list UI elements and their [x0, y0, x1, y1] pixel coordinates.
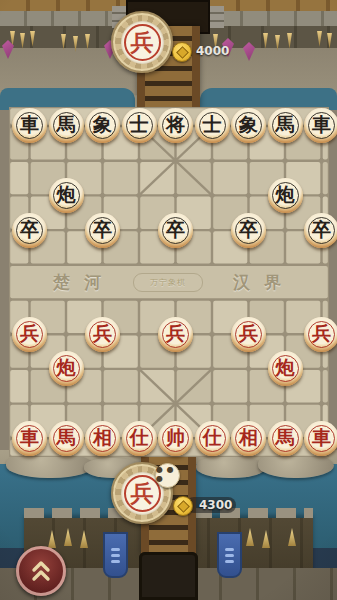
- piece-red-soldier[interactable]: 兵: [231, 317, 266, 352]
- board-point-r4c0[interactable]: [11, 247, 48, 282]
- board-point-r7c0[interactable]: [11, 351, 48, 386]
- piece-red-general[interactable]: 帅: [158, 421, 193, 456]
- board-point-r1c6[interactable]: [230, 143, 267, 178]
- piece-glyph: 士: [203, 115, 222, 134]
- piece-black-chariot[interactable]: 車: [304, 108, 337, 143]
- board-point-r2c3[interactable]: [121, 178, 158, 213]
- board-point-r8c4[interactable]: [157, 386, 194, 421]
- piece-red-elephant[interactable]: 相: [231, 421, 266, 456]
- piece-glyph: 兵: [166, 324, 185, 343]
- board-point-r3c6[interactable]: 卒: [230, 213, 267, 248]
- piece-glyph: 卒: [20, 220, 39, 239]
- board-point-r5c4[interactable]: [157, 282, 194, 317]
- board-point-r6c8[interactable]: 兵: [303, 317, 337, 352]
- piece-glyph: 相: [93, 428, 112, 447]
- piece-red-chariot[interactable]: 車: [12, 421, 47, 456]
- board-point-r8c2[interactable]: [84, 386, 121, 421]
- xiangqi-game-screen: 楚河 汉界 万宁象棋 車馬象士将士象馬車炮炮卒卒卒卒卒兵兵兵兵兵炮炮車馬相仕帅仕…: [0, 0, 337, 600]
- piece-black-cannon[interactable]: 炮: [268, 178, 303, 213]
- board-point-r8c3[interactable]: [121, 386, 158, 421]
- xiangqi-board: 楚河 汉界 万宁象棋 車馬象士将士象馬車炮炮卒卒卒卒卒兵兵兵兵兵炮炮車馬相仕帅仕…: [9, 107, 329, 457]
- board-point-r5c5[interactable]: [194, 282, 231, 317]
- board-point-r9c2[interactable]: 相: [84, 421, 121, 456]
- piece-glyph: 馬: [57, 428, 76, 447]
- piece-glyph: 帅: [166, 428, 185, 447]
- board-point-r1c4[interactable]: [157, 143, 194, 178]
- board-point-r8c7[interactable]: [267, 386, 304, 421]
- board-point-r6c2[interactable]: 兵: [84, 317, 121, 352]
- board-point-r2c8[interactable]: [303, 178, 337, 213]
- piece-glyph: 仕: [130, 428, 149, 447]
- board-point-r6c5[interactable]: [194, 317, 231, 352]
- board-point-r5c2[interactable]: [84, 282, 121, 317]
- board-point-r8c8[interactable]: [303, 386, 337, 421]
- board-point-r4c3[interactable]: [121, 247, 158, 282]
- board-point-r3c3[interactable]: [121, 213, 158, 248]
- piece-red-soldier[interactable]: 兵: [85, 317, 120, 352]
- board-point-r6c6[interactable]: 兵: [230, 317, 267, 352]
- opponent-avatar-char: 兵: [131, 27, 154, 58]
- piece-glyph: 象: [239, 115, 258, 134]
- piece-glyph: 車: [20, 115, 39, 134]
- piece-black-soldier[interactable]: 卒: [12, 213, 47, 248]
- board-point-r5c6[interactable]: [230, 282, 267, 317]
- board-point-r6c7[interactable]: [267, 317, 304, 352]
- board-point-r3c8[interactable]: 卒: [303, 213, 337, 248]
- board-point-r7c8[interactable]: [303, 351, 337, 386]
- board-point-r5c7[interactable]: [267, 282, 304, 317]
- piece-red-cannon[interactable]: 炮: [268, 351, 303, 386]
- board-point-r3c4[interactable]: 卒: [157, 213, 194, 248]
- piece-glyph: 卒: [312, 220, 331, 239]
- board-point-r4c7[interactable]: [267, 247, 304, 282]
- board-point-r4c4[interactable]: [157, 247, 194, 282]
- piece-glyph: 車: [312, 115, 331, 134]
- piece-glyph: 馬: [276, 115, 295, 134]
- player-avatar-char: 兵: [131, 478, 154, 509]
- piece-black-advisor[interactable]: 士: [122, 108, 157, 143]
- board-point-r2c7[interactable]: 炮: [267, 178, 304, 213]
- board-point-r8c5[interactable]: [194, 386, 231, 421]
- chat-dots-icon: ● ● ●: [156, 465, 179, 483]
- piece-glyph: 馬: [276, 428, 295, 447]
- board-point-r1c2[interactable]: [84, 143, 121, 178]
- opponent-avatar-face: 兵: [121, 21, 164, 64]
- piece-glyph: 馬: [57, 115, 76, 134]
- opponent-avatar[interactable]: 兵: [111, 11, 173, 73]
- board-point-r7c4[interactable]: [157, 351, 194, 386]
- piece-glyph: 卒: [166, 220, 185, 239]
- board-point-r9c0[interactable]: 車: [11, 421, 48, 456]
- board-point-r5c3[interactable]: [121, 282, 158, 317]
- piece-red-soldier[interactable]: 兵: [12, 317, 47, 352]
- board-point-r6c4[interactable]: 兵: [157, 317, 194, 352]
- board-point-r9c3[interactable]: 仕: [121, 421, 158, 456]
- piece-glyph: 相: [239, 428, 258, 447]
- blue-banner: [103, 532, 128, 578]
- board-point-r9c1[interactable]: 馬: [48, 421, 85, 456]
- board-point-r0c8[interactable]: 車: [303, 109, 337, 144]
- board-point-r2c1[interactable]: 炮: [48, 178, 85, 213]
- board-point-r1c5[interactable]: [194, 143, 231, 178]
- board-point-r5c0[interactable]: [11, 282, 48, 317]
- board-point-r9c6[interactable]: 相: [230, 421, 267, 456]
- piece-black-cannon[interactable]: 炮: [49, 178, 84, 213]
- opponent-coin-count: 4000: [196, 44, 229, 58]
- board-point-r9c4[interactable]: 帅: [157, 421, 194, 456]
- board-point-r3c5[interactable]: [194, 213, 231, 248]
- chat-bubble-button[interactable]: ● ● ●: [155, 463, 180, 488]
- board-point-r2c6[interactable]: [230, 178, 267, 213]
- piece-black-chariot[interactable]: 車: [12, 108, 47, 143]
- board-point-r6c0[interactable]: 兵: [11, 317, 48, 352]
- piece-glyph: 車: [312, 428, 331, 447]
- board-point-r5c8[interactable]: [303, 282, 337, 317]
- board-point-r2c5[interactable]: [194, 178, 231, 213]
- board-point-r2c2[interactable]: [84, 178, 121, 213]
- board-point-r9c5[interactable]: 仕: [194, 421, 231, 456]
- piece-red-horse[interactable]: 馬: [49, 421, 84, 456]
- board-point-r4c2[interactable]: [84, 247, 121, 282]
- board-point-r0c4[interactable]: 将: [157, 109, 194, 144]
- board-point-r8c6[interactable]: [230, 386, 267, 421]
- board-point-r0c0[interactable]: 車: [11, 109, 48, 144]
- piece-glyph: 象: [93, 115, 112, 134]
- board-point-r1c1[interactable]: [48, 143, 85, 178]
- piece-black-elephant[interactable]: 象: [85, 108, 120, 143]
- gate-opening: [139, 552, 198, 600]
- piece-black-advisor[interactable]: 士: [195, 108, 230, 143]
- board-point-r9c7[interactable]: 馬: [267, 421, 304, 456]
- board-point-r3c2[interactable]: 卒: [84, 213, 121, 248]
- board-point-r6c1[interactable]: [48, 317, 85, 352]
- piece-glyph: 車: [20, 428, 39, 447]
- board-point-r0c7[interactable]: 馬: [267, 109, 304, 144]
- piece-black-soldier[interactable]: 卒: [304, 213, 337, 248]
- board-point-r7c5[interactable]: [194, 351, 231, 386]
- board-point-r0c5[interactable]: 士: [194, 109, 231, 144]
- piece-black-soldier[interactable]: 卒: [158, 213, 193, 248]
- board-point-r0c1[interactable]: 馬: [48, 109, 85, 144]
- board-point-r2c0[interactable]: [11, 178, 48, 213]
- board-point-r3c0[interactable]: 卒: [11, 213, 48, 248]
- board-point-r4c1[interactable]: [48, 247, 85, 282]
- board-point-r7c7[interactable]: 炮: [267, 351, 304, 386]
- piece-glyph: 兵: [239, 324, 258, 343]
- coin-icon: [173, 496, 193, 516]
- board-point-r1c8[interactable]: [303, 143, 337, 178]
- piece-black-soldier[interactable]: 卒: [231, 213, 266, 248]
- board-point-r5c1[interactable]: [48, 282, 85, 317]
- piece-black-elephant[interactable]: 象: [231, 108, 266, 143]
- board-point-r7c6[interactable]: [230, 351, 267, 386]
- board-point-r0c3[interactable]: 士: [121, 109, 158, 144]
- piece-red-chariot[interactable]: 車: [304, 421, 337, 456]
- board-point-r0c2[interactable]: 象: [84, 109, 121, 144]
- piece-glyph: 将: [166, 115, 185, 134]
- piece-red-cannon[interactable]: 炮: [49, 351, 84, 386]
- piece-glyph: 士: [130, 115, 149, 134]
- piece-glyph: 炮: [276, 358, 295, 377]
- piece-glyph: 兵: [20, 324, 39, 343]
- board-point-r3c1[interactable]: [48, 213, 85, 248]
- piece-black-horse[interactable]: 馬: [268, 108, 303, 143]
- piece-black-soldier[interactable]: 卒: [85, 213, 120, 248]
- piece-red-advisor[interactable]: 仕: [195, 421, 230, 456]
- piece-red-advisor[interactable]: 仕: [122, 421, 157, 456]
- board-point-r7c1[interactable]: 炮: [48, 351, 85, 386]
- board-point-r9c8[interactable]: 車: [303, 421, 337, 456]
- piece-glyph: 炮: [57, 358, 76, 377]
- board-point-r6c3[interactable]: [121, 317, 158, 352]
- board-point-r4c6[interactable]: [230, 247, 267, 282]
- piece-red-soldier[interactable]: 兵: [304, 317, 337, 352]
- coin-icon: [172, 42, 192, 62]
- piece-black-general[interactable]: 将: [158, 108, 193, 143]
- piece-glyph: 兵: [312, 324, 331, 343]
- board-point-r2c4[interactable]: [157, 178, 194, 213]
- piece-black-horse[interactable]: 馬: [49, 108, 84, 143]
- piece-glyph: 卒: [93, 220, 112, 239]
- board-point-r8c1[interactable]: [48, 386, 85, 421]
- board-point-r0c6[interactable]: 象: [230, 109, 267, 144]
- player-coin-count: 4300: [199, 498, 232, 512]
- board-point-r7c3[interactable]: [121, 351, 158, 386]
- piece-glyph: 仕: [203, 428, 222, 447]
- double-chevron-up-icon: [28, 558, 54, 584]
- expand-menu-button[interactable]: [16, 546, 66, 596]
- board-point-r3c7[interactable]: [267, 213, 304, 248]
- piece-red-elephant[interactable]: 相: [85, 421, 120, 456]
- piece-glyph: 卒: [239, 220, 258, 239]
- board-point-r1c7[interactable]: [267, 143, 304, 178]
- board-point-r4c5[interactable]: [194, 247, 231, 282]
- piece-glyph: 炮: [57, 185, 76, 204]
- rock: [196, 456, 266, 478]
- blue-banner: [217, 532, 242, 578]
- board-point-r4c8[interactable]: [303, 247, 337, 282]
- piece-glyph: 兵: [93, 324, 112, 343]
- piece-grid: 車馬象士将士象馬車炮炮卒卒卒卒卒兵兵兵兵兵炮炮車馬相仕帅仕相馬車: [11, 109, 337, 456]
- board-point-r7c2[interactable]: [84, 351, 121, 386]
- board-point-r1c0[interactable]: [11, 143, 48, 178]
- piece-red-horse[interactable]: 馬: [268, 421, 303, 456]
- piece-glyph: 炮: [276, 185, 295, 204]
- piece-red-soldier[interactable]: 兵: [158, 317, 193, 352]
- board-point-r8c0[interactable]: [11, 386, 48, 421]
- board-point-r1c3[interactable]: [121, 143, 158, 178]
